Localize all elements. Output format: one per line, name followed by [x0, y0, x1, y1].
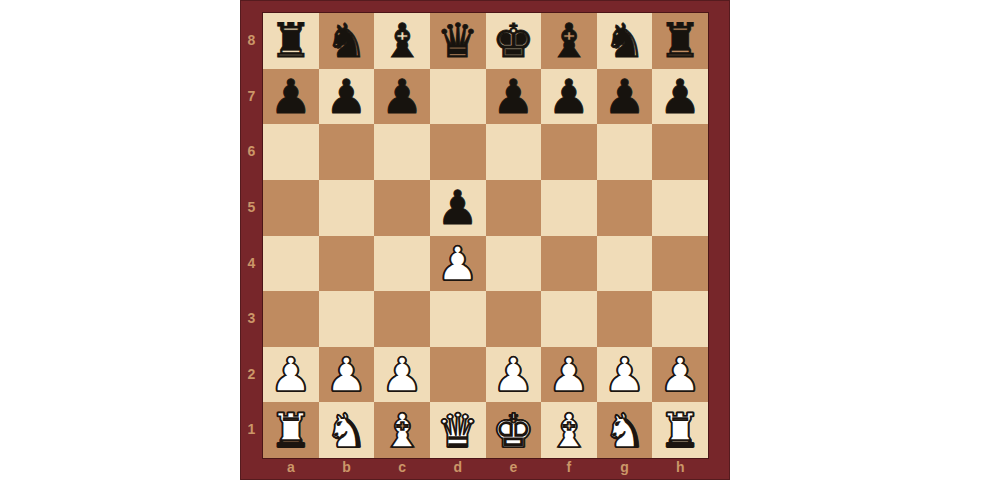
square-h4[interactable] [652, 236, 708, 292]
piece-black-knight[interactable]: ♞ [603, 13, 645, 68]
piece-black-king[interactable]: ♚ [492, 13, 534, 68]
piece-black-rook[interactable]: ♜ [659, 13, 701, 68]
piece-black-rook[interactable]: ♜ [270, 13, 312, 68]
file-label-g: g [597, 457, 653, 479]
square-a4[interactable] [263, 236, 319, 292]
square-b4[interactable] [319, 236, 375, 292]
square-c5[interactable] [374, 180, 430, 236]
piece-white-pawn[interactable]: ♟ [325, 347, 367, 402]
board-grid: ♜♞♝♛♚♝♞♜♟♟♟♟♟♟♟♟♟♟♟♟♟♟♟♟♜♞♝♛♚♝♞♜ [263, 13, 708, 458]
chess-board: 87654321 abcdefgh ♜♞♝♛♚♝♞♜♟♟♟♟♟♟♟♟♟♟♟♟♟♟… [240, 0, 730, 480]
piece-black-pawn[interactable]: ♟ [270, 69, 312, 124]
piece-white-queen[interactable]: ♛ [437, 403, 479, 458]
square-f4[interactable] [541, 236, 597, 292]
piece-black-pawn[interactable]: ♟ [548, 69, 590, 124]
piece-black-bishop[interactable]: ♝ [381, 13, 423, 68]
square-b3[interactable] [319, 291, 375, 347]
square-g7[interactable]: ♟ [597, 69, 653, 125]
square-g2[interactable]: ♟ [597, 347, 653, 403]
piece-black-pawn[interactable]: ♟ [492, 69, 534, 124]
file-label-b: b [319, 457, 375, 479]
piece-white-pawn[interactable]: ♟ [270, 347, 312, 402]
square-f2[interactable]: ♟ [541, 347, 597, 403]
square-c4[interactable] [374, 236, 430, 292]
square-f8[interactable]: ♝ [541, 13, 597, 69]
square-g4[interactable] [597, 236, 653, 292]
piece-white-pawn[interactable]: ♟ [437, 236, 479, 291]
square-c8[interactable]: ♝ [374, 13, 430, 69]
square-c1[interactable]: ♝ [374, 402, 430, 458]
piece-white-rook[interactable]: ♜ [270, 403, 312, 458]
square-f5[interactable] [541, 180, 597, 236]
square-f3[interactable] [541, 291, 597, 347]
square-b1[interactable]: ♞ [319, 402, 375, 458]
piece-white-pawn[interactable]: ♟ [492, 347, 534, 402]
square-h2[interactable]: ♟ [652, 347, 708, 403]
square-g1[interactable]: ♞ [597, 402, 653, 458]
piece-white-bishop[interactable]: ♝ [548, 403, 590, 458]
square-f6[interactable] [541, 124, 597, 180]
square-c7[interactable]: ♟ [374, 69, 430, 125]
piece-black-queen[interactable]: ♛ [437, 13, 479, 68]
square-e5[interactable] [486, 180, 542, 236]
square-b8[interactable]: ♞ [319, 13, 375, 69]
piece-white-rook[interactable]: ♜ [659, 403, 701, 458]
rank-label-7: 7 [240, 69, 263, 125]
square-b6[interactable] [319, 124, 375, 180]
piece-black-pawn[interactable]: ♟ [325, 69, 367, 124]
page-background: 87654321 abcdefgh ♜♞♝♛♚♝♞♜♟♟♟♟♟♟♟♟♟♟♟♟♟♟… [0, 0, 1000, 480]
square-g3[interactable] [597, 291, 653, 347]
rank-label-2: 2 [240, 347, 263, 403]
square-a7[interactable]: ♟ [263, 69, 319, 125]
square-h7[interactable]: ♟ [652, 69, 708, 125]
square-f7[interactable]: ♟ [541, 69, 597, 125]
piece-white-knight[interactable]: ♞ [325, 403, 367, 458]
square-e8[interactable]: ♚ [486, 13, 542, 69]
square-e7[interactable]: ♟ [486, 69, 542, 125]
piece-white-king[interactable]: ♚ [492, 403, 534, 458]
piece-white-pawn[interactable]: ♟ [548, 347, 590, 402]
square-c2[interactable]: ♟ [374, 347, 430, 403]
file-label-e: e [486, 457, 542, 479]
square-b7[interactable]: ♟ [319, 69, 375, 125]
file-label-f: f [541, 457, 597, 479]
file-label-c: c [374, 457, 430, 479]
square-d2[interactable] [430, 347, 486, 403]
square-e2[interactable]: ♟ [486, 347, 542, 403]
piece-white-pawn[interactable]: ♟ [603, 347, 645, 402]
square-h5[interactable] [652, 180, 708, 236]
square-d7[interactable] [430, 69, 486, 125]
square-d3[interactable] [430, 291, 486, 347]
rank-label-5: 5 [240, 180, 263, 236]
piece-black-pawn[interactable]: ♟ [381, 69, 423, 124]
square-c3[interactable] [374, 291, 430, 347]
square-d6[interactable] [430, 124, 486, 180]
square-a6[interactable] [263, 124, 319, 180]
square-e3[interactable] [486, 291, 542, 347]
rank-label-6: 6 [240, 124, 263, 180]
square-e6[interactable] [486, 124, 542, 180]
square-e1[interactable]: ♚ [486, 402, 542, 458]
square-f1[interactable]: ♝ [541, 402, 597, 458]
square-d8[interactable]: ♛ [430, 13, 486, 69]
square-g5[interactable] [597, 180, 653, 236]
square-h6[interactable] [652, 124, 708, 180]
square-b2[interactable]: ♟ [319, 347, 375, 403]
file-label-d: d [430, 457, 486, 479]
square-a3[interactable] [263, 291, 319, 347]
square-h3[interactable] [652, 291, 708, 347]
square-d5[interactable]: ♟ [430, 180, 486, 236]
piece-black-pawn[interactable]: ♟ [659, 69, 701, 124]
square-g6[interactable] [597, 124, 653, 180]
square-g8[interactable]: ♞ [597, 13, 653, 69]
square-h1[interactable]: ♜ [652, 402, 708, 458]
square-a8[interactable]: ♜ [263, 13, 319, 69]
rank-label-8: 8 [240, 13, 263, 69]
square-d4[interactable]: ♟ [430, 236, 486, 292]
square-h8[interactable]: ♜ [652, 13, 708, 69]
piece-black-knight[interactable]: ♞ [325, 13, 367, 68]
piece-white-knight[interactable]: ♞ [603, 403, 645, 458]
piece-black-bishop[interactable]: ♝ [548, 13, 590, 68]
piece-black-pawn[interactable]: ♟ [603, 69, 645, 124]
piece-white-pawn[interactable]: ♟ [381, 347, 423, 402]
rank-label-4: 4 [240, 236, 263, 292]
file-label-h: h [652, 457, 708, 479]
piece-white-pawn[interactable]: ♟ [659, 347, 701, 402]
rank-label-3: 3 [240, 291, 263, 347]
square-a5[interactable] [263, 180, 319, 236]
rank-label-1: 1 [240, 402, 263, 458]
square-a2[interactable]: ♟ [263, 347, 319, 403]
square-b5[interactable] [319, 180, 375, 236]
square-a1[interactable]: ♜ [263, 402, 319, 458]
piece-white-bishop[interactable]: ♝ [381, 403, 423, 458]
square-e4[interactable] [486, 236, 542, 292]
square-d1[interactable]: ♛ [430, 402, 486, 458]
piece-black-pawn[interactable]: ♟ [437, 180, 479, 235]
square-c6[interactable] [374, 124, 430, 180]
file-label-a: a [263, 457, 319, 479]
